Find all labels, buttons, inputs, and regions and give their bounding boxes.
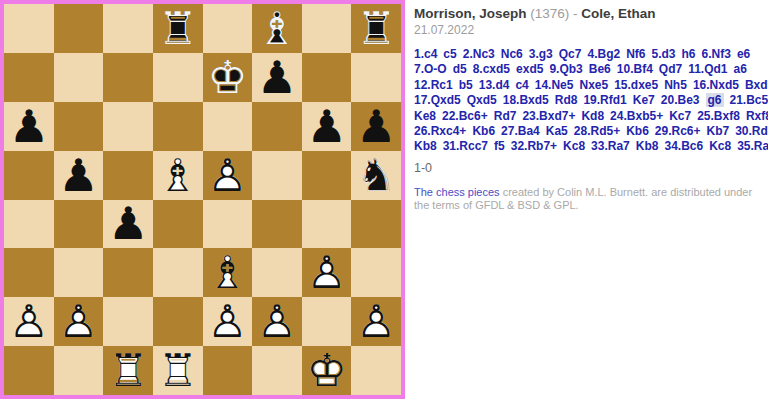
move[interactable]: Ka5 xyxy=(546,124,568,138)
move[interactable]: 26.Rxc4+ xyxy=(414,124,466,138)
square-a3 xyxy=(4,248,54,297)
square-h8: ♜♖ xyxy=(351,4,401,53)
players-separator: - xyxy=(573,6,578,21)
white-rook-icon: ♜♖ xyxy=(103,346,153,395)
black-pawn-icon: ♟ xyxy=(4,102,54,151)
square-c3 xyxy=(103,248,153,297)
move[interactable]: Ke7 xyxy=(633,93,655,107)
move[interactable]: 15.dxe5 xyxy=(614,78,658,92)
square-a2: ♟♙ xyxy=(4,297,54,346)
move[interactable]: 31.Rcc7 xyxy=(443,139,488,153)
move[interactable]: Nxe5 xyxy=(579,78,608,92)
players-header: Morrison, Joseph (1376) - Cole, Ethan xyxy=(414,5,764,22)
move-line: Kb831.Rcc7f532.Rb7+Kc833.Ra7Kb834.Bc6Kc8… xyxy=(414,139,764,154)
square-a1 xyxy=(4,346,54,395)
square-a6: ♟ xyxy=(4,102,54,151)
square-b5: ♟ xyxy=(54,151,104,200)
move[interactable]: 25.Bxf8 xyxy=(697,109,740,123)
black-knight-icon: ♞♘ xyxy=(351,151,401,200)
move[interactable]: e6 xyxy=(737,47,750,61)
move[interactable]: 18.Bxd5 xyxy=(503,93,549,107)
move[interactable]: Nf6 xyxy=(626,47,645,61)
move[interactable]: 8.cxd5 xyxy=(473,62,510,76)
move-current[interactable]: g6 xyxy=(706,93,724,107)
move[interactable]: Rd7 xyxy=(494,109,517,123)
black-pawn-icon: ♟ xyxy=(252,53,302,102)
square-d1: ♜♖ xyxy=(153,346,203,395)
move[interactable]: 20.Be3 xyxy=(661,93,700,107)
square-d3 xyxy=(153,248,203,297)
square-c2 xyxy=(103,297,153,346)
square-e5: ♟♙ xyxy=(203,151,253,200)
square-c6 xyxy=(103,102,153,151)
black-bishop-icon: ♝♗ xyxy=(252,4,302,53)
move[interactable]: 24.Bxb5+ xyxy=(610,109,663,123)
move[interactable]: exd5 xyxy=(516,62,543,76)
black-king-icon: ♚♔ xyxy=(203,53,253,102)
square-b2: ♟♙ xyxy=(54,297,104,346)
square-a7 xyxy=(4,53,54,102)
black-pawn-icon: ♟ xyxy=(54,151,104,200)
square-e4 xyxy=(203,200,253,249)
square-f7: ♟ xyxy=(252,53,302,102)
square-d6 xyxy=(153,102,203,151)
move[interactable]: 16.Nxd5 xyxy=(693,78,739,92)
move[interactable]: Kc8 xyxy=(563,139,585,153)
game-result: 1-0 xyxy=(414,161,764,175)
square-h2: ♟♙ xyxy=(351,297,401,346)
move[interactable]: Rd8 xyxy=(555,93,578,107)
move[interactable]: 23.Bxd7+ xyxy=(522,109,575,123)
move[interactable]: 19.Rfd1 xyxy=(583,93,626,107)
move[interactable]: 11.Qd1 xyxy=(688,62,727,76)
move[interactable]: Be6 xyxy=(589,62,611,76)
square-b8 xyxy=(54,4,104,53)
square-a4 xyxy=(4,200,54,249)
white-pawn-icon: ♟♙ xyxy=(252,297,302,346)
square-e7: ♚♔ xyxy=(203,53,253,102)
square-g3: ♟♙ xyxy=(302,248,352,297)
move-line: 7.O-Od58.cxd5exd59.Qb3Be610.Bf4Qd711.Qd1… xyxy=(414,62,764,77)
move-list: 1.c4c52.Nc3Nc63.g3Qc74.Bg2Nf65.d3h66.Nf3… xyxy=(414,47,764,155)
move[interactable]: 30.Rd7+ xyxy=(735,124,768,138)
square-c7 xyxy=(103,53,153,102)
white-king-icon: ♚♔ xyxy=(302,346,352,395)
move[interactable]: 13.d4 xyxy=(479,78,510,92)
white-pawn-icon: ♟♙ xyxy=(203,297,253,346)
move[interactable]: Kd8 xyxy=(581,109,604,123)
chess-board: ♜♖♝♗♜♖♚♔♟♟♟♟♟♝♗♟♙♞♘♟♝♗♟♙♟♙♟♙♟♙♟♙♟♙♜♖♜♖♚♔ xyxy=(4,4,401,395)
move[interactable]: c5 xyxy=(443,47,456,61)
square-d2 xyxy=(153,297,203,346)
move-line: 1.c4c52.Nc3Nc63.g3Qc74.Bg2Nf65.d3h66.Nf3… xyxy=(414,47,764,62)
white-pawn-icon: ♟♙ xyxy=(203,151,253,200)
square-c8 xyxy=(103,4,153,53)
move[interactable]: 29.Rc6+ xyxy=(655,124,701,138)
white-player-rating: (1376) xyxy=(530,6,569,21)
move[interactable]: 17.Qxd5 xyxy=(414,93,461,107)
move[interactable]: 5.d3 xyxy=(652,47,676,61)
square-d5: ♝♗ xyxy=(153,151,203,200)
move[interactable]: Qxd5 xyxy=(467,93,497,107)
square-g1: ♚♔ xyxy=(302,346,352,395)
black-rook-icon: ♜♖ xyxy=(351,4,401,53)
move[interactable]: 3.g3 xyxy=(529,47,553,61)
square-g4 xyxy=(302,200,352,249)
move[interactable]: Kb8 xyxy=(636,139,659,153)
square-g7 xyxy=(302,53,352,102)
move[interactable]: Kb6 xyxy=(472,124,495,138)
square-d7 xyxy=(153,53,203,102)
move[interactable]: a6 xyxy=(734,62,747,76)
square-g6: ♟ xyxy=(302,102,352,151)
move[interactable]: 10.Bf4 xyxy=(617,62,653,76)
move[interactable]: 21.Bc5+ xyxy=(730,93,768,107)
move[interactable]: 28.Rd5+ xyxy=(574,124,620,138)
square-g8 xyxy=(302,4,352,53)
game-viewer: ♜♖♝♗♜♖♚♔♟♟♟♟♟♝♗♟♙♞♘♟♝♗♟♙♟♙♟♙♟♙♟♙♟♙♜♖♜♖♚♔… xyxy=(0,0,768,399)
square-h1 xyxy=(351,346,401,395)
square-e6 xyxy=(203,102,253,151)
square-h7 xyxy=(351,53,401,102)
move[interactable]: Rxf8 xyxy=(746,109,768,123)
black-rook-icon: ♜♖ xyxy=(153,4,203,53)
square-g2 xyxy=(302,297,352,346)
white-rook-icon: ♜♖ xyxy=(153,346,203,395)
move[interactable]: Kb8 xyxy=(414,139,437,153)
square-f8: ♝♗ xyxy=(252,4,302,53)
move[interactable]: Kb6 xyxy=(626,124,649,138)
move[interactable]: 34.Bc6 xyxy=(664,139,703,153)
move[interactable]: Kc8 xyxy=(709,139,731,153)
white-bishop-icon: ♝♗ xyxy=(203,248,253,297)
square-d4 xyxy=(153,200,203,249)
square-f2: ♟♙ xyxy=(252,297,302,346)
move[interactable]: b5 xyxy=(459,78,473,92)
move[interactable]: 1.c4 xyxy=(414,47,437,61)
white-bishop-icon: ♝♗ xyxy=(153,151,203,200)
move[interactable]: 22.Bc6+ xyxy=(442,109,488,123)
square-f4 xyxy=(252,200,302,249)
square-f6 xyxy=(252,102,302,151)
move[interactable]: Bxd5 xyxy=(745,78,768,92)
square-h4 xyxy=(351,200,401,249)
attribution-link[interactable]: The chess pieces xyxy=(414,186,500,198)
square-f3 xyxy=(252,248,302,297)
square-b6 xyxy=(54,102,104,151)
square-a8 xyxy=(4,4,54,53)
move[interactable]: d5 xyxy=(453,62,467,76)
chess-board-frame: ♜♖♝♗♜♖♚♔♟♟♟♟♟♝♗♟♙♞♘♟♝♗♟♙♟♙♟♙♟♙♟♙♟♙♜♖♜♖♚♔ xyxy=(0,0,405,399)
square-e8 xyxy=(203,4,253,53)
move[interactable]: h6 xyxy=(682,47,696,61)
move[interactable]: 2.Nc3 xyxy=(463,47,495,61)
square-f5 xyxy=(252,151,302,200)
move[interactable]: 12.Rc1 xyxy=(414,78,453,92)
square-b3 xyxy=(54,248,104,297)
black-pawn-icon: ♟ xyxy=(103,200,153,249)
square-b4 xyxy=(54,200,104,249)
move[interactable]: 32.Rb7+ xyxy=(511,139,557,153)
move-line: 17.Qxd5Qxd518.Bxd5Rd819.Rfd1Ke720.Be3g62… xyxy=(414,93,764,108)
square-c1: ♜♖ xyxy=(103,346,153,395)
square-h3 xyxy=(351,248,401,297)
square-e1 xyxy=(203,346,253,395)
move[interactable]: 27.Ba4 xyxy=(501,124,540,138)
square-e3: ♝♗ xyxy=(203,248,253,297)
move[interactable]: 4.Bg2 xyxy=(587,47,620,61)
move[interactable]: Nc6 xyxy=(501,47,523,61)
game-date: 21.07.2022 xyxy=(414,23,764,38)
black-pawn-icon: ♟ xyxy=(351,102,401,151)
move[interactable]: 6.Nf3 xyxy=(702,47,731,61)
white-pawn-icon: ♟♙ xyxy=(302,248,352,297)
move[interactable]: Ke8 xyxy=(414,109,436,123)
move[interactable]: Nh5 xyxy=(664,78,687,92)
move[interactable]: 35.Ra8# xyxy=(737,139,768,153)
game-info-panel: Morrison, Joseph (1376) - Cole, Ethan 21… xyxy=(405,0,768,399)
move[interactable]: 9.Qb3 xyxy=(549,62,582,76)
move[interactable]: c4 xyxy=(515,78,528,92)
black-pawn-icon: ♟ xyxy=(302,102,352,151)
move[interactable]: 33.Ra7 xyxy=(591,139,630,153)
square-h5: ♞♘ xyxy=(351,151,401,200)
move-line: 12.Rc1b513.d4c414.Ne5Nxe515.dxe5Nh516.Nx… xyxy=(414,78,764,93)
white-pawn-icon: ♟♙ xyxy=(351,297,401,346)
square-a5 xyxy=(4,151,54,200)
move[interactable]: Kc7 xyxy=(669,109,691,123)
white-player-name: Morrison, Joseph xyxy=(414,6,527,21)
square-c4: ♟ xyxy=(103,200,153,249)
move[interactable]: Qc7 xyxy=(559,47,582,61)
square-b1 xyxy=(54,346,104,395)
move[interactable]: f5 xyxy=(494,139,505,153)
white-pawn-icon: ♟♙ xyxy=(54,297,104,346)
square-c5 xyxy=(103,151,153,200)
square-d8: ♜♖ xyxy=(153,4,203,53)
square-h6: ♟ xyxy=(351,102,401,151)
pieces-attribution: The chess pieces created by Colin M.L. B… xyxy=(414,186,766,213)
move[interactable]: 14.Ne5 xyxy=(535,78,574,92)
square-f1 xyxy=(252,346,302,395)
move[interactable]: 7.O-O xyxy=(414,62,447,76)
move[interactable]: Kb7 xyxy=(707,124,730,138)
white-pawn-icon: ♟♙ xyxy=(4,297,54,346)
square-g5 xyxy=(302,151,352,200)
square-b7 xyxy=(54,53,104,102)
move-line: Ke822.Bc6+Rd723.Bxd7+Kd824.Bxb5+Kc725.Bx… xyxy=(414,109,764,124)
black-player-name: Cole, Ethan xyxy=(581,6,655,21)
move-line: 26.Rxc4+Kb627.Ba4Ka528.Rd5+Kb629.Rc6+Kb7… xyxy=(414,124,764,139)
square-e2: ♟♙ xyxy=(203,297,253,346)
move[interactable]: Qd7 xyxy=(659,62,682,76)
